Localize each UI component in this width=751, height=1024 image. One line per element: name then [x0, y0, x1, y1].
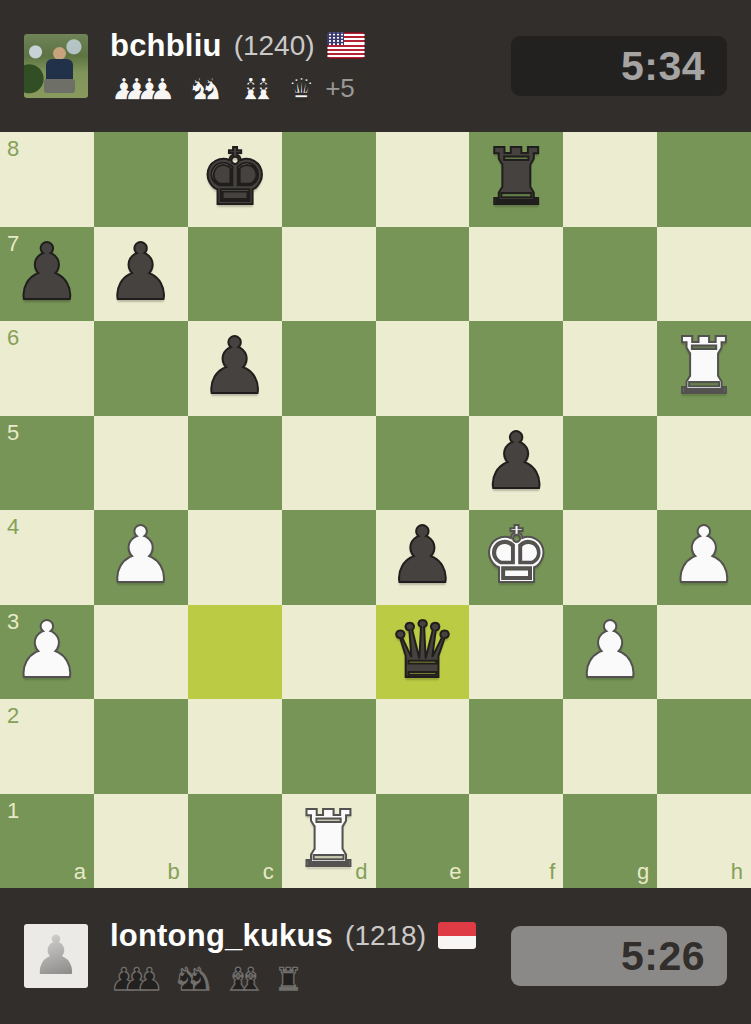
rank-label-4: 4: [7, 516, 19, 538]
square-e3[interactable]: ♛: [376, 605, 470, 700]
file-label-e: e: [449, 861, 461, 883]
top-player-rating: (1240): [234, 30, 315, 62]
piece-white-pawn-a3[interactable]: ♟: [12, 611, 82, 689]
top-player-clock: 5:34: [511, 36, 727, 96]
square-d7[interactable]: [282, 227, 376, 322]
square-g1[interactable]: g: [563, 794, 657, 889]
file-label-a: a: [74, 861, 86, 883]
chess-board: 8♚♜7♟♟6♟♜5♟4♟♟♚♟3♟♛♟21abcd♜efgh: [0, 132, 751, 888]
bottom-player-avatar[interactable]: ♟: [24, 924, 88, 988]
bottom-player-bar: ♟ lontong_kukus (1218) ♟♟♟♞♞♝♝♜ 5:26: [0, 888, 751, 1024]
piece-black-pawn-f5[interactable]: ♟: [481, 422, 551, 500]
square-a7[interactable]: 7♟: [0, 227, 94, 322]
piece-white-rook-h6[interactable]: ♜: [669, 327, 739, 405]
piece-white-pawn-h4[interactable]: ♟: [669, 516, 739, 594]
square-g2[interactable]: [563, 699, 657, 794]
bottom-player-rating: (1218): [345, 920, 426, 952]
square-a4[interactable]: 4: [0, 510, 94, 605]
rank-label-2: 2: [7, 705, 19, 727]
square-b1[interactable]: b: [94, 794, 188, 889]
square-h5[interactable]: [657, 416, 751, 511]
square-h2[interactable]: [657, 699, 751, 794]
top-player-info: bchbliu (1240) ♟♟♟♟♞♞♝♝♛+5: [110, 28, 489, 105]
square-a1[interactable]: 1a: [0, 794, 94, 889]
square-d5[interactable]: [282, 416, 376, 511]
square-e5[interactable]: [376, 416, 470, 511]
square-d3[interactable]: [282, 605, 376, 700]
square-a6[interactable]: 6: [0, 321, 94, 416]
material-advantage: +5: [325, 71, 355, 105]
captured-black-rook-icon: ♜: [275, 964, 303, 995]
us-flag-icon: [327, 32, 365, 59]
square-f7[interactable]: [469, 227, 563, 322]
captured-black-knight-icon: ♞: [186, 964, 214, 995]
square-d1[interactable]: d♜: [282, 794, 376, 889]
pawn-avatar-icon: ♟: [32, 929, 80, 983]
square-e7[interactable]: [376, 227, 470, 322]
bottom-player-info: lontong_kukus (1218) ♟♟♟♞♞♝♝♜: [110, 918, 489, 995]
square-b2[interactable]: [94, 699, 188, 794]
square-c5[interactable]: [188, 416, 282, 511]
chess-app: bchbliu (1240) ♟♟♟♟♞♞♝♝♛+5 5:34 8♚♜7♟♟6♟…: [0, 0, 751, 1024]
square-d8[interactable]: [282, 132, 376, 227]
file-label-b: b: [168, 861, 180, 883]
square-e8[interactable]: [376, 132, 470, 227]
square-g7[interactable]: [563, 227, 657, 322]
square-b5[interactable]: [94, 416, 188, 511]
square-a8[interactable]: 8: [0, 132, 94, 227]
piece-black-pawn-e4[interactable]: ♟: [387, 516, 457, 594]
square-f8[interactable]: ♜: [469, 132, 563, 227]
square-h8[interactable]: [657, 132, 751, 227]
top-player-bar: bchbliu (1240) ♟♟♟♟♞♞♝♝♛+5 5:34: [0, 0, 751, 132]
square-b4[interactable]: ♟: [94, 510, 188, 605]
piece-black-pawn-c6[interactable]: ♟: [200, 327, 270, 405]
square-c4[interactable]: [188, 510, 282, 605]
square-h3[interactable]: [657, 605, 751, 700]
square-g8[interactable]: [563, 132, 657, 227]
square-h4[interactable]: ♟: [657, 510, 751, 605]
square-f4[interactable]: ♚: [469, 510, 563, 605]
file-label-h: h: [731, 861, 743, 883]
square-b8[interactable]: [94, 132, 188, 227]
indonesia-flag-icon: [438, 922, 476, 949]
square-g4[interactable]: [563, 510, 657, 605]
piece-white-rook-d1[interactable]: ♜: [294, 800, 364, 878]
square-h6[interactable]: ♜: [657, 321, 751, 416]
captured-black-pawn-icon: ♟: [136, 964, 164, 995]
captured-black-bishop-icon: ♝: [237, 964, 265, 995]
square-f3[interactable]: [469, 605, 563, 700]
top-player-avatar[interactable]: [24, 34, 88, 98]
captured-white-knight-icon: ♞: [199, 74, 227, 105]
square-g3[interactable]: ♟: [563, 605, 657, 700]
rank-label-5: 5: [7, 422, 19, 444]
square-b6[interactable]: [94, 321, 188, 416]
square-a3[interactable]: 3♟: [0, 605, 94, 700]
piece-black-pawn-a7[interactable]: ♟: [12, 233, 82, 311]
rank-label-6: 6: [7, 327, 19, 349]
square-f5[interactable]: ♟: [469, 416, 563, 511]
file-label-f: f: [549, 861, 555, 883]
avatar-person-torso: [46, 59, 73, 81]
bottom-player-username[interactable]: lontong_kukus: [110, 918, 333, 954]
square-b7[interactable]: ♟: [94, 227, 188, 322]
piece-white-pawn-b4[interactable]: ♟: [106, 516, 176, 594]
square-c1[interactable]: c: [188, 794, 282, 889]
square-f1[interactable]: f: [469, 794, 563, 889]
square-a2[interactable]: 2: [0, 699, 94, 794]
square-g6[interactable]: [563, 321, 657, 416]
square-e1[interactable]: e: [376, 794, 470, 889]
square-c7[interactable]: [188, 227, 282, 322]
piece-black-pawn-b7[interactable]: ♟: [106, 233, 176, 311]
square-f6[interactable]: [469, 321, 563, 416]
square-c3[interactable]: [188, 605, 282, 700]
square-e4[interactable]: ♟: [376, 510, 470, 605]
square-e6[interactable]: [376, 321, 470, 416]
square-c8[interactable]: ♚: [188, 132, 282, 227]
bottom-captured-pieces: ♟♟♟♞♞♝♝♜: [110, 961, 489, 995]
captured-white-queen-icon: ♛: [287, 74, 315, 105]
captured-white-pawn-icon: ♟: [148, 74, 176, 105]
square-d4[interactable]: [282, 510, 376, 605]
captured-white-bishop-icon: ♝: [250, 74, 278, 105]
top-captured-pieces: ♟♟♟♟♞♞♝♝♛+5: [110, 71, 489, 105]
piece-white-king-f4[interactable]: ♚: [481, 516, 551, 594]
square-d6[interactable]: [282, 321, 376, 416]
piece-black-king-c8[interactable]: ♚: [200, 138, 270, 216]
square-a5[interactable]: 5: [0, 416, 94, 511]
piece-white-pawn-g3[interactable]: ♟: [575, 611, 645, 689]
square-h7[interactable]: [657, 227, 751, 322]
square-c2[interactable]: [188, 699, 282, 794]
square-c6[interactable]: ♟: [188, 321, 282, 416]
rank-label-1: 1: [7, 800, 19, 822]
top-player-username[interactable]: bchbliu: [110, 28, 222, 64]
square-f2[interactable]: [469, 699, 563, 794]
piece-black-rook-f8[interactable]: ♜: [481, 138, 551, 216]
square-e2[interactable]: [376, 699, 470, 794]
avatar-person-legs: [44, 79, 75, 93]
square-h1[interactable]: h: [657, 794, 751, 889]
bottom-player-clock: 5:26: [511, 926, 727, 986]
square-d2[interactable]: [282, 699, 376, 794]
file-label-g: g: [637, 861, 649, 883]
rank-label-8: 8: [7, 138, 19, 160]
square-b3[interactable]: [94, 605, 188, 700]
piece-black-queen-e3[interactable]: ♛: [387, 611, 457, 689]
file-label-c: c: [263, 861, 274, 883]
square-g5[interactable]: [563, 416, 657, 511]
